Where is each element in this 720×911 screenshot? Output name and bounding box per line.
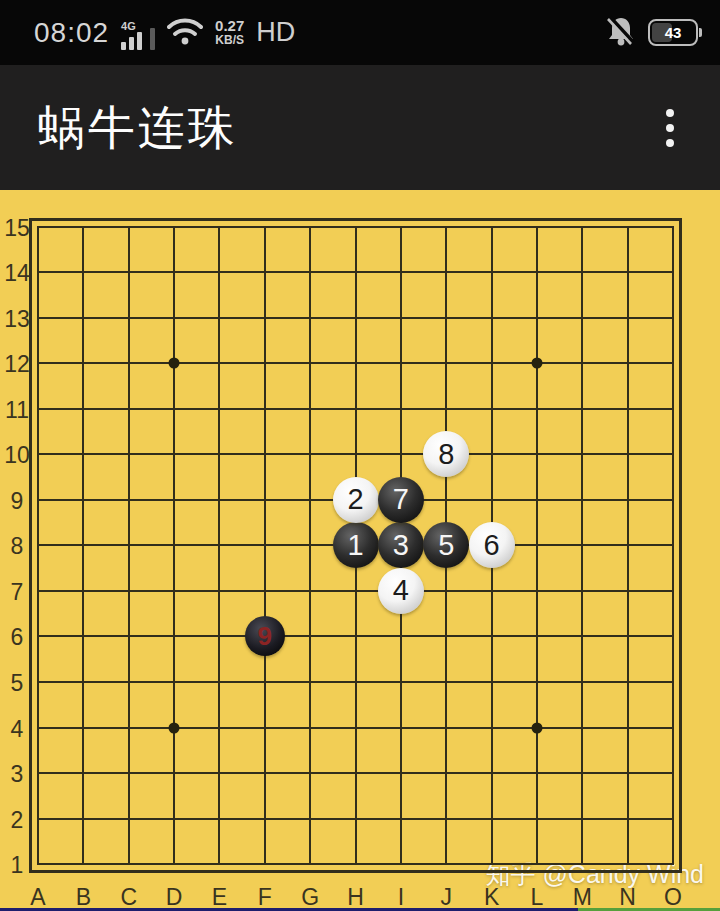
grid-line-horizontal [37, 635, 674, 637]
stone-white-K8-move-6: 6 [469, 522, 515, 568]
row-label-7: 7 [11, 578, 24, 605]
row-label-13: 13 [4, 305, 30, 332]
row-label-9: 9 [11, 487, 24, 514]
move-number: 2 [347, 485, 363, 514]
bell-muted-icon [606, 15, 636, 51]
gomoku-board[interactable]: 知乎 @Candy Wind 151413121110987654321ABCD… [0, 190, 720, 908]
row-label-12: 12 [4, 351, 30, 378]
star-point-D12 [169, 358, 180, 369]
clock: 08:02 [34, 17, 109, 49]
row-label-5: 5 [11, 670, 24, 697]
hd-label: HD [256, 17, 295, 48]
move-number: 4 [393, 576, 409, 605]
stone-black-H8-move-1: 1 [333, 522, 379, 568]
row-label-15: 15 [4, 214, 30, 241]
app-title-bar: 蜗牛连珠 [0, 65, 720, 190]
col-label-G: G [301, 884, 319, 911]
col-label-N: N [619, 884, 636, 911]
battery-percent: 43 [665, 24, 682, 41]
move-number: 5 [438, 531, 454, 560]
row-label-2: 2 [11, 806, 24, 833]
col-label-M: M [573, 884, 592, 911]
row-label-6: 6 [11, 624, 24, 651]
move-number: 7 [393, 485, 409, 514]
app-title: 蜗牛连珠 [38, 96, 238, 159]
grid-line-horizontal [37, 727, 674, 729]
stone-black-I9-move-7: 7 [378, 477, 424, 523]
grid-line-vertical [672, 226, 674, 866]
move-number: 3 [393, 531, 409, 560]
row-label-4: 4 [11, 715, 24, 742]
stone-black-I8-move-3: 3 [378, 522, 424, 568]
signal-bars-icon: 4G [121, 16, 155, 50]
grid-line-vertical [536, 226, 538, 866]
col-label-J: J [440, 884, 452, 911]
grid-line-horizontal [37, 590, 674, 592]
row-label-14: 14 [4, 260, 30, 287]
row-label-10: 10 [4, 442, 30, 469]
grid-line-horizontal [37, 772, 674, 774]
stone-white-I7-move-4: 4 [378, 568, 424, 614]
wifi-icon [167, 16, 203, 50]
col-label-F: F [258, 884, 272, 911]
grid-line-vertical [581, 226, 583, 866]
col-label-E: E [212, 884, 227, 911]
grid-line-horizontal [37, 818, 674, 820]
col-label-B: B [76, 884, 91, 911]
move-number: 6 [484, 531, 500, 560]
move-number: 8 [438, 440, 454, 469]
move-number: 9 [258, 623, 272, 649]
phone-screen: 08:02 4G 0.27 KB/S HD [0, 0, 720, 911]
stone-white-J10-move-8: 8 [423, 431, 469, 477]
col-label-C: C [120, 884, 137, 911]
stone-black-F6-move-9: 9 [245, 616, 285, 656]
col-label-I: I [398, 884, 404, 911]
col-label-K: K [484, 884, 499, 911]
star-point-L4 [531, 722, 542, 733]
grid-line-horizontal [37, 681, 674, 683]
row-label-3: 3 [11, 761, 24, 788]
move-number: 1 [347, 531, 363, 560]
col-label-O: O [664, 884, 682, 911]
col-label-L: L [531, 884, 544, 911]
row-label-8: 8 [11, 533, 24, 560]
grid-line-horizontal [37, 863, 674, 865]
grid-line-vertical [627, 226, 629, 866]
col-label-D: D [166, 884, 183, 911]
battery-icon: 43 [648, 19, 698, 46]
col-label-A: A [30, 884, 45, 911]
stone-white-H9-move-2: 2 [333, 477, 379, 523]
network-speed: 0.27 KB/S [215, 18, 244, 46]
overflow-menu-button[interactable] [658, 101, 682, 155]
row-label-1: 1 [11, 852, 24, 879]
stone-black-J8-move-5: 5 [423, 522, 469, 568]
status-bar: 08:02 4G 0.27 KB/S HD [0, 0, 720, 65]
col-label-H: H [347, 884, 364, 911]
star-point-L12 [531, 358, 542, 369]
row-label-11: 11 [5, 396, 29, 423]
network-type-label: 4G [121, 20, 136, 32]
star-point-D4 [169, 722, 180, 733]
